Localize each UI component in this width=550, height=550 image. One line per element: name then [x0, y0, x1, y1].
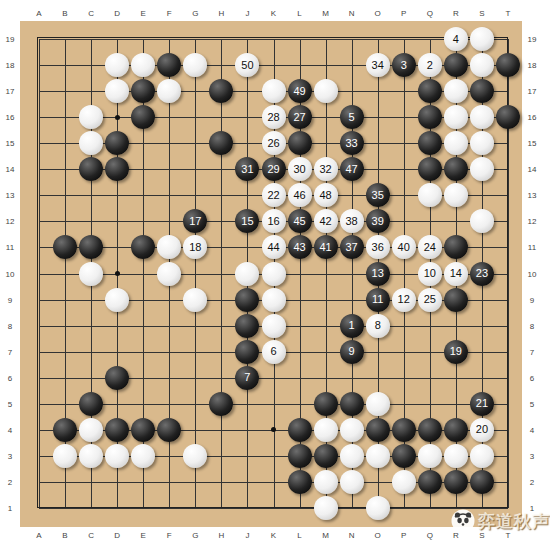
stone-white-K11: 44	[262, 235, 286, 259]
row-label-right-11: 11	[528, 243, 536, 252]
stone-white-C10	[79, 262, 103, 286]
stone-white-K13: 22	[262, 183, 286, 207]
move-number: 19	[450, 346, 462, 357]
row-label-right-18: 18	[528, 61, 537, 70]
move-number: 41	[319, 242, 331, 253]
stone-white-G9	[183, 288, 207, 312]
stone-white-Q13	[418, 183, 442, 207]
col-label-top-C: C	[88, 9, 94, 18]
stone-black-B4	[53, 418, 77, 442]
watermark: 弈道秋声	[451, 509, 550, 533]
stone-white-D3	[105, 444, 129, 468]
stone-black-M3	[314, 444, 338, 468]
col-label-top-K: K	[271, 9, 276, 18]
stone-white-B3	[53, 444, 77, 468]
stone-white-L14: 30	[288, 157, 312, 181]
stone-black-Q14	[418, 157, 442, 181]
move-number: 18	[189, 242, 201, 253]
stone-white-J10	[235, 262, 259, 286]
row-label-right-17: 17	[528, 87, 537, 96]
col-label-bottom-A: A	[36, 531, 41, 540]
stone-white-M14: 32	[314, 157, 338, 181]
stone-black-L2	[288, 470, 312, 494]
stone-black-T18	[496, 53, 520, 77]
row-label-left-5: 5	[8, 399, 12, 408]
row-label-right-9: 9	[530, 295, 534, 304]
move-number: 24	[424, 242, 436, 253]
stone-black-L4	[288, 418, 312, 442]
stone-white-R16	[444, 105, 468, 129]
stone-black-K14: 29	[262, 157, 286, 181]
move-number: 45	[293, 216, 305, 227]
stone-white-R19: 4	[444, 27, 468, 51]
move-number: 36	[372, 242, 384, 253]
row-label-right-12: 12	[528, 217, 537, 226]
move-number: 16	[267, 216, 279, 227]
row-label-left-10: 10	[6, 269, 15, 278]
row-label-right-16: 16	[528, 113, 537, 122]
stone-white-G3	[183, 444, 207, 468]
stone-white-Q18: 2	[418, 53, 442, 77]
stone-black-L12: 45	[288, 209, 312, 233]
move-number: 48	[319, 190, 331, 201]
stone-black-L17: 49	[288, 79, 312, 103]
col-label-top-Q: Q	[427, 9, 433, 18]
stone-black-R4	[444, 418, 468, 442]
stone-white-K16: 28	[262, 105, 286, 129]
stone-white-P2	[392, 470, 416, 494]
stone-white-K15: 26	[262, 131, 286, 155]
move-number: 3	[401, 60, 407, 71]
stone-white-N3	[340, 444, 364, 468]
move-number: 32	[319, 164, 331, 175]
row-label-left-1: 1	[8, 503, 12, 512]
row-label-right-10: 10	[528, 269, 537, 278]
col-label-bottom-M: M	[322, 531, 329, 540]
row-label-left-12: 12	[6, 217, 15, 226]
row-label-right-8: 8	[530, 321, 534, 330]
stone-black-S17	[470, 79, 494, 103]
stone-black-Q17	[418, 79, 442, 103]
move-number: 34	[372, 60, 384, 71]
stone-white-K12: 16	[262, 209, 286, 233]
row-label-left-8: 8	[8, 321, 12, 330]
move-number: 17	[189, 216, 201, 227]
stone-black-N14: 47	[340, 157, 364, 181]
col-label-top-S: S	[479, 9, 484, 18]
stone-black-Q4	[418, 418, 442, 442]
stone-white-O3	[366, 444, 390, 468]
stone-white-R13	[444, 183, 468, 207]
move-number: 13	[372, 268, 384, 279]
stone-black-P4	[392, 418, 416, 442]
stone-black-R9	[444, 288, 468, 312]
stone-black-Q15	[418, 131, 442, 155]
move-number: 44	[267, 242, 279, 253]
move-number: 50	[241, 60, 253, 71]
col-label-top-P: P	[401, 9, 406, 18]
row-label-left-17: 17	[6, 87, 15, 96]
stone-black-L3	[288, 444, 312, 468]
move-number: 25	[424, 294, 436, 305]
row-label-right-15: 15	[528, 139, 537, 148]
stone-white-N4	[340, 418, 364, 442]
row-label-right-19: 19	[528, 35, 537, 44]
stone-black-J6: 7	[235, 366, 259, 390]
move-number: 40	[398, 242, 410, 253]
stone-white-O1	[366, 496, 390, 520]
move-number: 37	[345, 242, 357, 253]
stone-white-N12: 38	[340, 209, 364, 233]
row-label-right-13: 13	[528, 191, 537, 200]
col-label-top-M: M	[322, 9, 329, 18]
stone-white-S3	[470, 444, 494, 468]
move-number: 38	[345, 216, 357, 227]
stone-black-N5	[340, 392, 364, 416]
watermark-text: 弈道秋声	[478, 510, 550, 533]
move-number: 14	[450, 268, 462, 279]
stone-black-S10: 23	[470, 262, 494, 286]
stone-white-K9	[262, 288, 286, 312]
stone-black-O4	[366, 418, 390, 442]
row-label-left-14: 14	[6, 165, 15, 174]
move-number: 28	[267, 112, 279, 123]
stone-white-Q9: 25	[418, 288, 442, 312]
stone-white-S4: 20	[470, 418, 494, 442]
move-number: 29	[267, 164, 279, 175]
stone-white-M2	[314, 470, 338, 494]
move-number: 23	[476, 268, 488, 279]
stone-white-O5	[366, 392, 390, 416]
move-number: 6	[270, 346, 276, 357]
move-number: 1	[349, 320, 355, 331]
stone-black-N15: 33	[340, 131, 364, 155]
stone-white-S18	[470, 53, 494, 77]
stone-white-K8	[262, 314, 286, 338]
move-number: 2	[427, 60, 433, 71]
stone-white-Q10: 10	[418, 262, 442, 286]
move-number: 33	[345, 138, 357, 149]
stone-black-J9	[235, 288, 259, 312]
stone-black-P18: 3	[392, 53, 416, 77]
col-label-top-R: R	[453, 9, 459, 18]
move-number: 4	[453, 34, 459, 45]
col-label-top-B: B	[62, 9, 67, 18]
move-number: 21	[476, 398, 488, 409]
row-label-left-15: 15	[6, 139, 15, 148]
row-label-left-7: 7	[8, 347, 12, 356]
stone-black-R14	[444, 157, 468, 181]
col-label-top-H: H	[218, 9, 224, 18]
move-number: 47	[345, 164, 357, 175]
stone-black-S5: 21	[470, 392, 494, 416]
col-label-bottom-P: P	[401, 531, 406, 540]
col-label-top-T: T	[505, 9, 510, 18]
move-number: 46	[293, 190, 305, 201]
stone-black-O13: 35	[366, 183, 390, 207]
col-label-bottom-Q: Q	[427, 531, 433, 540]
col-label-top-G: G	[192, 9, 198, 18]
row-label-left-13: 13	[6, 191, 15, 200]
move-number: 12	[398, 294, 410, 305]
col-label-top-A: A	[36, 9, 41, 18]
stone-white-M17	[314, 79, 338, 103]
stone-white-R10: 14	[444, 262, 468, 286]
move-number: 8	[375, 320, 381, 331]
col-label-bottom-K: K	[271, 531, 276, 540]
col-label-top-E: E	[141, 9, 146, 18]
stone-black-J8	[235, 314, 259, 338]
watermark-panda-logo-icon	[451, 509, 475, 533]
move-number: 43	[293, 242, 305, 253]
move-number: 11	[372, 294, 383, 305]
col-label-top-N: N	[349, 9, 355, 18]
stone-black-F4	[157, 418, 181, 442]
col-label-bottom-G: G	[192, 531, 198, 540]
stone-white-P11: 40	[392, 235, 416, 259]
stone-black-M11: 41	[314, 235, 338, 259]
stone-white-O8: 8	[366, 314, 390, 338]
move-number: 20	[476, 424, 488, 435]
row-label-left-2: 2	[8, 477, 12, 486]
stone-black-Q16	[418, 105, 442, 129]
stone-white-M12: 42	[314, 209, 338, 233]
move-number: 9	[349, 346, 355, 357]
stone-black-O12: 39	[366, 209, 390, 233]
stone-white-R15	[444, 131, 468, 155]
stone-white-P9: 12	[392, 288, 416, 312]
stone-black-S2	[470, 470, 494, 494]
stone-white-K7: 6	[262, 340, 286, 364]
stone-black-E4	[131, 418, 155, 442]
col-label-bottom-E: E	[141, 531, 146, 540]
stone-white-L13: 46	[288, 183, 312, 207]
row-label-left-4: 4	[8, 425, 12, 434]
stone-white-S19	[470, 27, 494, 51]
stone-black-D4	[105, 418, 129, 442]
stone-white-M4	[314, 418, 338, 442]
stone-white-F10	[157, 262, 181, 286]
move-number: 31	[241, 164, 253, 175]
col-label-bottom-D: D	[114, 531, 120, 540]
row-label-left-3: 3	[8, 451, 12, 460]
stone-black-L16: 27	[288, 105, 312, 129]
row-label-left-6: 6	[8, 373, 12, 382]
stone-black-M5	[314, 392, 338, 416]
stone-black-D6	[105, 366, 129, 390]
stone-white-C3	[79, 444, 103, 468]
col-label-bottom-H: H	[218, 531, 224, 540]
stone-black-N16: 5	[340, 105, 364, 129]
move-number: 26	[267, 138, 279, 149]
go-board-diagram: AABBCCDDEEFFGGHHJJKKLLMMNNOOPPQQRRSSTT19…	[0, 0, 550, 550]
stone-white-O18: 34	[366, 53, 390, 77]
stone-white-R3	[444, 444, 468, 468]
stone-white-R17	[444, 79, 468, 103]
move-number: 22	[267, 190, 279, 201]
row-label-right-6: 6	[530, 373, 534, 382]
move-number: 39	[372, 216, 384, 227]
col-label-top-O: O	[375, 9, 381, 18]
stone-black-C5	[79, 392, 103, 416]
star-point-D10	[115, 271, 120, 276]
col-label-bottom-C: C	[88, 531, 94, 540]
stone-white-K10	[262, 262, 286, 286]
row-label-right-7: 7	[530, 347, 534, 356]
stone-white-C4	[79, 418, 103, 442]
stone-white-E18	[131, 53, 155, 77]
stone-white-K17	[262, 79, 286, 103]
stone-white-E3	[131, 444, 155, 468]
stone-black-L11: 43	[288, 235, 312, 259]
row-label-left-19: 19	[6, 35, 15, 44]
stone-black-N11: 37	[340, 235, 364, 259]
stone-black-L15	[288, 131, 312, 155]
col-label-top-L: L	[297, 9, 301, 18]
col-label-bottom-N: N	[349, 531, 355, 540]
move-number: 30	[293, 164, 305, 175]
col-label-bottom-O: O	[375, 531, 381, 540]
col-label-bottom-B: B	[62, 531, 67, 540]
star-point-D16	[115, 115, 120, 120]
move-number: 5	[349, 112, 355, 123]
col-label-top-F: F	[167, 9, 172, 18]
move-number: 42	[319, 216, 331, 227]
stone-black-P3	[392, 444, 416, 468]
move-number: 49	[293, 86, 305, 97]
move-number: 7	[244, 372, 250, 383]
stone-white-S16	[470, 105, 494, 129]
row-label-right-4: 4	[530, 425, 534, 434]
stone-white-Q3	[418, 444, 442, 468]
stone-white-M1	[314, 496, 338, 520]
stone-black-T16	[496, 105, 520, 129]
move-number: 35	[372, 190, 384, 201]
row-label-right-3: 3	[530, 451, 534, 460]
col-label-top-J: J	[245, 9, 249, 18]
row-label-left-9: 9	[8, 295, 12, 304]
col-label-bottom-L: L	[297, 531, 301, 540]
row-label-left-16: 16	[6, 113, 15, 122]
row-label-left-18: 18	[6, 61, 15, 70]
stone-white-O11: 36	[366, 235, 390, 259]
stone-black-N8: 1	[340, 314, 364, 338]
stone-white-N2	[340, 470, 364, 494]
col-label-bottom-J: J	[245, 531, 249, 540]
stone-black-O9: 11	[366, 288, 390, 312]
stone-black-J7	[235, 340, 259, 364]
stone-white-D18	[105, 53, 129, 77]
stone-black-R7: 19	[444, 340, 468, 364]
move-number: 15	[241, 216, 253, 227]
row-label-left-11: 11	[6, 243, 14, 252]
row-label-right-5: 5	[530, 399, 534, 408]
stone-black-Q2	[418, 470, 442, 494]
row-label-right-14: 14	[528, 165, 537, 174]
stone-black-R2	[444, 470, 468, 494]
stone-white-S15	[470, 131, 494, 155]
move-number: 27	[293, 112, 305, 123]
stone-white-D9	[105, 288, 129, 312]
col-label-bottom-F: F	[167, 531, 172, 540]
stone-black-N7: 9	[340, 340, 364, 364]
stone-white-M13: 48	[314, 183, 338, 207]
stone-black-H5	[209, 392, 233, 416]
stone-black-O10: 13	[366, 262, 390, 286]
stone-black-R18	[444, 53, 468, 77]
row-label-right-2: 2	[530, 477, 534, 486]
col-label-top-D: D	[114, 9, 120, 18]
move-number: 10	[424, 268, 436, 279]
